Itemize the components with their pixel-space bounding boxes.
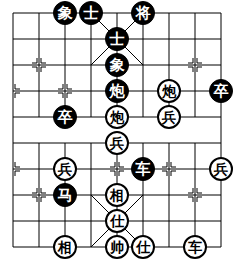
intersection-7-6[interactable] [182,156,208,182]
intersection-3-3[interactable] [78,78,104,104]
intersection-7-8[interactable] [182,208,208,234]
intersection-1-0[interactable] [26,0,52,26]
intersection-8-3[interactable]: 卒 [208,78,234,104]
red-advisor[interactable]: 仕 [105,209,129,233]
intersection-5-3[interactable] [130,78,156,104]
intersection-6-3[interactable]: 炮 [156,78,182,104]
intersection-4-6[interactable] [104,156,130,182]
intersection-5-1[interactable] [130,26,156,52]
red-cannon[interactable]: 炮 [105,105,129,129]
intersection-6-1[interactable] [156,26,182,52]
black-elephant[interactable]: 象 [105,53,129,77]
intersection-5-6[interactable]: 车 [130,156,156,182]
intersection-1-4[interactable] [26,104,52,130]
intersection-0-0[interactable] [0,0,26,26]
intersection-4-4[interactable]: 炮 [104,104,130,130]
intersection-1-7[interactable] [26,182,52,208]
intersection-2-7[interactable]: 马 [52,182,78,208]
red-elephant[interactable]: 相 [53,235,77,259]
intersection-6-5[interactable] [156,130,182,156]
intersection-4-2[interactable]: 象 [104,52,130,78]
board-grid: 象士将士象炮炮卒卒炮兵兵兵车兵马相仕相帅仕车 [0,0,234,260]
intersection-3-9[interactable] [78,234,104,260]
intersection-0-4[interactable] [0,104,26,130]
intersection-7-2[interactable] [182,52,208,78]
intersection-2-2[interactable] [52,52,78,78]
red-soldier[interactable]: 兵 [105,131,129,155]
black-elephant[interactable]: 象 [53,1,77,25]
intersection-4-0[interactable] [104,0,130,26]
intersection-7-4[interactable] [182,104,208,130]
intersection-6-7[interactable] [156,182,182,208]
red-advisor[interactable]: 仕 [131,235,155,259]
intersection-6-9[interactable] [156,234,182,260]
intersection-5-7[interactable] [130,182,156,208]
intersection-3-2[interactable] [78,52,104,78]
intersection-1-5[interactable] [26,130,52,156]
black-advisor[interactable]: 士 [79,1,103,25]
intersection-1-1[interactable] [26,26,52,52]
intersection-2-8[interactable] [52,208,78,234]
intersection-0-2[interactable] [0,52,26,78]
red-soldier[interactable]: 兵 [53,157,77,181]
intersection-6-8[interactable] [156,208,182,234]
intersection-3-7[interactable] [78,182,104,208]
black-general[interactable]: 将 [131,1,155,25]
black-horse[interactable]: 马 [53,183,77,207]
red-elephant[interactable]: 相 [105,183,129,207]
black-advisor[interactable]: 士 [105,27,129,51]
intersection-8-7[interactable] [208,182,234,208]
intersection-2-5[interactable] [52,130,78,156]
intersection-8-8[interactable] [208,208,234,234]
intersection-5-0[interactable]: 将 [130,0,156,26]
intersection-1-9[interactable] [26,234,52,260]
intersection-3-1[interactable] [78,26,104,52]
black-soldier[interactable]: 卒 [209,79,233,103]
intersection-4-1[interactable]: 士 [104,26,130,52]
red-soldier[interactable]: 兵 [209,157,233,181]
intersection-0-9[interactable] [0,234,26,260]
intersection-8-0[interactable] [208,0,234,26]
intersection-1-2[interactable] [26,52,52,78]
intersection-3-0[interactable]: 士 [78,0,104,26]
intersection-1-8[interactable] [26,208,52,234]
intersection-5-9[interactable]: 仕 [130,234,156,260]
intersection-1-6[interactable] [26,156,52,182]
intersection-8-2[interactable] [208,52,234,78]
intersection-8-6[interactable]: 兵 [208,156,234,182]
intersection-4-3[interactable]: 炮 [104,78,130,104]
black-cannon[interactable]: 炮 [105,79,129,103]
intersection-5-5[interactable] [130,130,156,156]
intersection-6-2[interactable] [156,52,182,78]
intersection-2-6[interactable]: 兵 [52,156,78,182]
intersection-4-5[interactable]: 兵 [104,130,130,156]
intersection-2-3[interactable] [52,78,78,104]
intersection-7-9[interactable]: 车 [182,234,208,260]
intersection-3-6[interactable] [78,156,104,182]
intersection-8-4[interactable] [208,104,234,130]
intersection-7-1[interactable] [182,26,208,52]
intersection-2-0[interactable]: 象 [52,0,78,26]
intersection-6-4[interactable]: 兵 [156,104,182,130]
intersection-5-4[interactable] [130,104,156,130]
red-chariot[interactable]: 车 [183,235,207,259]
intersection-2-1[interactable] [52,26,78,52]
black-soldier[interactable]: 卒 [53,105,77,129]
intersection-3-8[interactable] [78,208,104,234]
intersection-4-8[interactable]: 仕 [104,208,130,234]
intersection-5-2[interactable] [130,52,156,78]
intersection-7-5[interactable] [182,130,208,156]
intersection-0-8[interactable] [0,208,26,234]
intersection-0-6[interactable] [0,156,26,182]
intersection-2-4[interactable]: 卒 [52,104,78,130]
intersection-8-9[interactable] [208,234,234,260]
intersection-0-5[interactable] [0,130,26,156]
intersection-7-7[interactable] [182,182,208,208]
intersection-7-0[interactable] [182,0,208,26]
red-general[interactable]: 帅 [105,235,129,259]
intersection-4-7[interactable]: 相 [104,182,130,208]
red-cannon[interactable]: 炮 [157,79,181,103]
intersection-0-7[interactable] [0,182,26,208]
red-soldier[interactable]: 兵 [157,105,181,129]
intersection-3-4[interactable] [78,104,104,130]
intersection-4-9[interactable]: 帅 [104,234,130,260]
intersection-6-0[interactable] [156,0,182,26]
intersection-7-3[interactable] [182,78,208,104]
intersection-0-1[interactable] [0,26,26,52]
intersection-3-5[interactable] [78,130,104,156]
intersection-5-8[interactable] [130,208,156,234]
intersection-8-1[interactable] [208,26,234,52]
intersection-1-3[interactable] [26,78,52,104]
intersection-0-3[interactable] [0,78,26,104]
black-chariot[interactable]: 车 [131,157,155,181]
intersection-8-5[interactable] [208,130,234,156]
intersection-2-9[interactable]: 相 [52,234,78,260]
xiangqi-board: 象士将士象炮炮卒卒炮兵兵兵车兵马相仕相帅仕车 [0,0,234,260]
intersection-6-6[interactable] [156,156,182,182]
